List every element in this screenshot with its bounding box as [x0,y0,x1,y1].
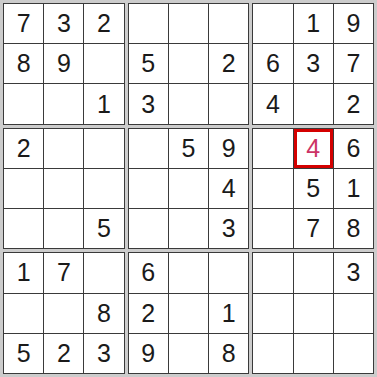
sudoku-cell[interactable] [44,209,83,248]
sudoku-cell[interactable] [84,253,123,292]
sudoku-cell[interactable]: 7 [44,253,83,292]
sudoku-cell[interactable] [169,209,208,248]
sudoku-cell[interactable]: 7 [294,209,333,248]
sudoku-box-7: 178523 [3,252,125,374]
sudoku-cell[interactable] [4,169,43,208]
sudoku-cell[interactable] [169,334,208,373]
sudoku-cell[interactable]: 2 [209,44,248,83]
sudoku-cell[interactable] [334,294,373,333]
sudoku-cell[interactable] [209,84,248,123]
sudoku-cell[interactable]: 2 [334,84,373,123]
sudoku-cell[interactable] [44,84,83,123]
sudoku-cell[interactable]: 4 [209,169,248,208]
sudoku-cell[interactable] [253,209,292,248]
sudoku-cell[interactable]: 5 [84,209,123,248]
sudoku-cell[interactable] [129,169,168,208]
sudoku-cell[interactable] [84,44,123,83]
sudoku-cell[interactable] [253,294,292,333]
sudoku-cell[interactable]: 5 [294,169,333,208]
sudoku-cell[interactable] [169,84,208,123]
sudoku-cell[interactable]: 1 [4,253,43,292]
sudoku-cell[interactable] [129,129,168,168]
sudoku-cell[interactable]: 5 [4,334,43,373]
sudoku-cell[interactable] [129,4,168,43]
sudoku-cell[interactable] [209,253,248,292]
sudoku-cell[interactable] [294,334,333,373]
sudoku-cell[interactable] [44,129,83,168]
sudoku-cell[interactable] [44,294,83,333]
sudoku-cell[interactable]: 5 [169,129,208,168]
sudoku-cell[interactable]: 8 [334,209,373,248]
sudoku-cell[interactable] [294,84,333,123]
sudoku-cell[interactable]: 3 [294,44,333,83]
sudoku-cell[interactable] [253,4,292,43]
sudoku-board: 7328915231963742255943465178178523621983 [3,3,374,374]
sudoku-cell[interactable]: 1 [209,294,248,333]
sudoku-box-6: 465178 [252,128,374,250]
sudoku-box-4: 25 [3,128,125,250]
sudoku-cell[interactable] [209,4,248,43]
sudoku-cell[interactable] [4,209,43,248]
sudoku-cell[interactable] [4,84,43,123]
sudoku-cell[interactable] [84,129,123,168]
sudoku-cell[interactable] [129,209,168,248]
sudoku-cell[interactable] [334,334,373,373]
sudoku-cell[interactable] [169,4,208,43]
sudoku-cell[interactable]: 6 [253,44,292,83]
sudoku-cell[interactable] [294,253,333,292]
sudoku-cell[interactable] [253,169,292,208]
sudoku-cell[interactable]: 8 [209,334,248,373]
sudoku-cell[interactable]: 4 [253,84,292,123]
sudoku-box-5: 5943 [128,128,250,250]
sudoku-cell[interactable]: 9 [129,334,168,373]
sudoku-box-1: 732891 [3,3,125,125]
sudoku-cell[interactable]: 9 [44,44,83,83]
sudoku-cell[interactable]: 7 [334,44,373,83]
sudoku-cell[interactable] [169,253,208,292]
sudoku-cell[interactable]: 6 [129,253,168,292]
sudoku-cell[interactable] [169,169,208,208]
sudoku-cell[interactable] [169,294,208,333]
sudoku-cell[interactable] [253,253,292,292]
sudoku-cell[interactable]: 9 [209,129,248,168]
sudoku-cell[interactable] [84,169,123,208]
sudoku-cell[interactable]: 6 [334,129,373,168]
sudoku-cell[interactable] [4,294,43,333]
sudoku-cell[interactable]: 2 [129,294,168,333]
sudoku-cell[interactable]: 5 [129,44,168,83]
sudoku-cell[interactable] [44,169,83,208]
sudoku-cell[interactable] [294,294,333,333]
sudoku-cell[interactable]: 7 [4,4,43,43]
sudoku-box-3: 1963742 [252,3,374,125]
sudoku-cell[interactable]: 1 [334,169,373,208]
sudoku-cell[interactable] [253,129,292,168]
sudoku-cell[interactable]: 3 [334,253,373,292]
sudoku-box-2: 523 [128,3,250,125]
sudoku-box-8: 62198 [128,252,250,374]
sudoku-frame: 7328915231963742255943465178178523621983 [0,0,377,377]
sudoku-cell[interactable]: 3 [44,4,83,43]
sudoku-cell[interactable]: 3 [84,334,123,373]
sudoku-cell[interactable]: 2 [84,4,123,43]
sudoku-box-9: 3 [252,252,374,374]
sudoku-cell[interactable]: 8 [4,44,43,83]
sudoku-cell[interactable]: 3 [209,209,248,248]
sudoku-cell[interactable]: 3 [129,84,168,123]
sudoku-cell[interactable]: 9 [334,4,373,43]
sudoku-cell[interactable]: 2 [44,334,83,373]
sudoku-cell[interactable]: 1 [294,4,333,43]
selected-cell[interactable]: 4 [294,129,333,168]
sudoku-cell[interactable]: 8 [84,294,123,333]
sudoku-cell[interactable] [253,334,292,373]
sudoku-cell[interactable] [169,44,208,83]
sudoku-cell[interactable]: 2 [4,129,43,168]
sudoku-cell[interactable]: 1 [84,84,123,123]
